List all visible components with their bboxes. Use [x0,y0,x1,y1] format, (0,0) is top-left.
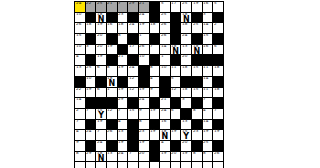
cell-number: 7 [118,108,121,112]
letter-cell[interactable]: 12 [128,77,138,87]
cell-number: 12 [107,108,112,112]
cell-number: 9 [150,87,153,91]
black-cell [213,98,223,108]
selected-word-cell[interactable]: 29 [128,2,138,12]
cell-number: 24 [182,33,187,37]
cell-number: 20 [97,33,102,37]
black-cell [150,98,160,108]
letter-cell[interactable]: 15 [192,66,202,76]
cell-number: 25 [161,12,166,16]
letter-cell[interactable]: 23 [192,130,202,140]
letter-cell[interactable]: 18N [192,45,202,55]
letter-cell[interactable]: 18 [213,66,223,76]
letter-cell[interactable]: 26 [107,130,117,140]
black-cell [171,34,181,44]
cell-number: 8 [193,108,196,112]
letter-cell[interactable]: 6 [96,88,106,98]
black-cell [86,141,96,151]
partial-cell [96,162,106,168]
letter-cell[interactable]: 24 [181,34,191,44]
cell-number: 6 [97,65,100,69]
cell-number: 26 [139,44,144,48]
letter-cell[interactable]: 15Y [96,109,106,119]
cell-number: 18 [182,87,187,91]
cell-number: 11 [203,87,208,91]
black-cell [128,120,138,130]
letter-cell[interactable]: 19 [150,130,160,140]
letter-cell[interactable]: 14 [75,98,85,108]
cell-number: 18 [118,22,123,26]
letter-cell[interactable]: 8 [118,34,128,44]
cell-number: 2 [214,22,217,26]
cell-number: 7 [150,44,153,48]
black-cell [107,98,117,108]
cell-number: 8 [139,119,142,123]
letter-cell[interactable]: 25 [203,141,213,151]
cell-number: 8 [107,65,110,69]
cell-number: 17 [171,1,176,5]
cell-number: 23 [139,129,144,133]
letter-cell[interactable]: 8 [150,66,160,76]
black-cell [213,34,223,44]
cell-number: 7 [76,119,79,123]
cell-number: 8 [150,65,153,69]
letter-cell[interactable]: 10 [86,77,96,87]
partial-cell [150,162,160,168]
letter-cell[interactable]: 10 [160,66,170,76]
letter-cell[interactable]: 24 [118,152,128,162]
cell-number: 29 [118,97,123,101]
cell-number: 26 [214,151,219,155]
cell-number: 24 [161,108,166,112]
letter-cell[interactable]: 1 [139,34,149,44]
black-cell [128,130,138,140]
letter-cell[interactable]: 13 [75,66,85,76]
cell-number: 10 [76,12,81,16]
letter-cell[interactable]: 24 [86,130,96,140]
cell-number: 25 [203,140,208,144]
black-cell [160,77,170,87]
letter-cell[interactable]: 18 [150,23,160,33]
letter-cell[interactable]: 16 [107,23,117,33]
letter-cell[interactable]: 24 [96,141,106,151]
selected-word-cell[interactable]: 21 [139,2,149,12]
letter-cell[interactable]: 9 [75,141,85,151]
black-cell [171,98,181,108]
cell-number: 5 [214,1,217,5]
black-cell [139,77,149,87]
letter-cell[interactable]: 5 [171,77,181,87]
letter-cell[interactable]: 13 [107,152,117,162]
cell-number: 19 [97,22,102,26]
cell-number: 4 [203,108,206,112]
cell-number: 19 [97,119,102,123]
cell-number: 19 [203,129,208,133]
cell-number: 20 [97,44,102,48]
cell-number: 19 [150,129,155,133]
cell-number: 10 [139,54,144,58]
cell-number: 25 [97,1,102,5]
letter-cell[interactable]: 6 [213,45,223,55]
cell-number: 3 [182,97,185,101]
cell-number: 18 [214,87,219,91]
selected-cell[interactable]: 24 [75,2,85,12]
letter-cell[interactable]: 4 [150,77,160,87]
letter-cell[interactable]: 20 [181,141,191,151]
cell-number: 14 [203,22,208,26]
letter-cell[interactable]: 8 [203,152,213,162]
partial-cell [128,162,138,168]
cell-number: 18 [214,65,219,69]
cell-number: 1 [139,33,142,37]
black-cell [192,141,202,151]
cell-number: 8 [118,33,121,37]
cell-number: 14 [203,119,208,123]
selected-word-cell[interactable]: 7 [118,2,128,12]
letter-cell[interactable]: 3 [181,98,191,108]
cell-number: 21 [107,1,112,5]
cell-number: 19 [139,22,144,26]
cell-number: 4 [161,140,164,144]
letter-cell[interactable]: 29 [86,152,96,162]
letter-cell[interactable]: 18 [86,23,96,33]
letter-cell[interactable]: 19 [150,109,160,119]
black-cell [192,98,202,108]
cell-number: 24 [139,97,144,101]
black-cell [171,23,181,33]
cell-number: 25 [193,22,198,26]
black-cell [107,141,117,151]
black-cell [150,34,160,44]
cell-number: 19 [139,87,144,91]
letter-cell[interactable]: 1 [107,88,117,98]
cell-number: 15 [76,33,81,37]
cell-number: 7 [97,129,100,133]
letter-cell[interactable]: 9 [150,88,160,98]
cell-number: 18 [86,22,91,26]
cell-number: 22 [76,87,81,91]
cell-number: 9 [76,140,79,144]
cell-number: 24 [129,65,134,69]
cell-number: 20 [182,54,187,58]
black-cell [86,34,96,44]
cell-number: 13 [118,129,123,133]
black-cell [128,34,138,44]
letter-cell[interactable]: 8 [107,66,117,76]
letter-cell[interactable]: 15 [75,34,85,44]
black-cell [150,2,160,12]
black-cell [150,152,160,162]
letter-cell[interactable]: 4 [203,109,213,119]
letter-cell[interactable]: 19 [160,152,170,162]
letter-cell[interactable]: 15 [203,34,213,44]
cell-number: 19 [171,129,176,133]
selected-word-cell[interactable]: 25 [96,2,106,12]
letter-cell[interactable]: 19 [86,88,96,98]
cell-number: 3 [203,12,206,16]
cell-number: 7 [129,151,132,155]
letter-cell[interactable]: 25 [192,23,202,33]
cell-number: 14 [76,97,81,101]
letter-cell[interactable]: 16 [203,2,213,12]
partial-cell [213,162,223,168]
partial-cell [171,162,181,168]
black-cell [181,77,191,87]
letter-cell[interactable]: 12 [171,88,181,98]
letter-cell[interactable]: 4 [160,141,170,151]
cell-number: 19 [118,87,123,91]
cell-number: 7 [214,108,217,112]
black-cell [213,141,223,151]
cell-number: 12 [129,87,134,91]
cell-number: 14 [161,44,166,48]
letter-cell[interactable]: 3 [86,45,96,55]
cell-number: 26 [76,22,81,26]
letter-cell[interactable]: 7 [128,152,138,162]
letter-cell[interactable]: 7 [213,109,223,119]
cell-number: 10 [161,65,166,69]
letter-cell[interactable]: 24 [139,98,149,108]
black-cell [128,141,138,151]
letter-cell[interactable]: 12 [107,109,117,119]
letter-cell[interactable]: 19 [171,130,181,140]
letter-cell[interactable]: 8 [192,152,202,162]
letter-cell[interactable]: 19 [118,66,128,76]
black-cell [171,141,181,151]
cell-number: 20 [182,140,187,144]
cell-number: 4 [150,76,153,80]
letter-cell[interactable]: 14 [203,77,213,87]
cell-number: 7 [86,108,89,112]
cell-number: 4 [118,119,121,123]
letter-cell[interactable]: 29 [118,98,128,108]
cell-number: 1 [161,54,164,58]
cell-number: 20 [139,151,144,155]
black-cell [150,141,160,151]
letter-cell[interactable]: 11 [171,66,181,76]
cell-number: 13 [182,44,187,48]
cell-number: 25 [182,1,187,5]
cell-number: 19 [161,151,166,155]
black-cell [107,34,117,44]
letter-cell[interactable]: 20 [171,152,181,162]
cell-number: 2 [76,108,79,112]
letter-cell[interactable]: 26 [213,152,223,162]
letter-cell[interactable]: 15 [128,109,138,119]
letter-cell[interactable]: 19 [192,2,202,12]
letter-cell[interactable]: 19 [118,141,128,151]
cell-number: 17 [129,44,134,48]
cell-number: 9 [139,108,142,112]
cell-number: 23 [118,12,123,16]
letter-cell[interactable]: 7 [86,109,96,119]
cell-number: 7 [203,97,206,101]
cell-number: 15 [193,87,198,91]
letter-cell[interactable]: 18N [171,45,181,55]
cell-number: 6 [214,44,217,48]
partial-cell [181,162,191,168]
letter-cell[interactable]: 21 [160,98,170,108]
black-cell [139,66,149,76]
letter-cell[interactable]: 20 [96,34,106,44]
cell-number: 5 [161,1,164,5]
cell-number: 6 [97,87,100,91]
cell-number: 19 [97,54,102,58]
black-cell [181,109,191,119]
cell-number: 29 [86,151,91,155]
partial-cell [107,162,117,168]
black-cell [192,77,202,87]
cell-number: 26 [161,33,166,37]
codeword-board: 242225217292151725191651018N23242518N326… [74,1,226,168]
letter-cell[interactable]: 10 [139,55,149,65]
partial-cell [86,162,96,168]
cell-number: 8 [76,151,79,155]
cell-number: 4 [76,129,79,133]
cell-number: 13 [76,65,81,69]
letter-cell[interactable]: 9 [139,109,149,119]
letter-cell[interactable]: 2 [75,109,85,119]
selected-word-cell[interactable]: 21 [107,2,117,12]
letter-cell[interactable]: 6 [96,66,106,76]
letter-cell[interactable]: 7 [118,109,128,119]
cell-number: 16 [203,44,208,48]
cell-number: 11 [203,65,208,69]
black-cell [192,34,202,44]
letter-cell[interactable]: 18 [213,88,223,98]
letter-cell[interactable]: 26 [160,34,170,44]
cell-number: 16 [203,1,208,5]
cell-number: 23 [193,129,198,133]
black-cell [171,13,181,23]
cell-number: 16 [161,119,166,123]
letter-cell[interactable]: 25 [86,66,96,76]
black-cell [96,98,106,108]
letter-cell[interactable]: 5 [160,2,170,12]
cell-number: 21 [139,1,144,5]
cell-number: 24 [118,151,123,155]
cell-number: 13 [182,119,187,123]
letter-cell[interactable]: 24 [128,66,138,76]
partial-cell [139,162,149,168]
cell-number: 22 [86,1,91,5]
letter-cell[interactable]: 7 [150,45,160,55]
cell-number: 24 [76,1,81,5]
letter-cell[interactable]: 17 [171,2,181,12]
cell-number: 4 [76,54,79,58]
letter-cell[interactable]: 19 [213,130,223,140]
letter-cell[interactable]: 16 [203,45,213,55]
letter-cell[interactable]: 24 [160,109,170,119]
cell-number: 19 [86,87,91,91]
black-cell [213,77,223,87]
cell-number: 10 [76,44,81,48]
cell-number: 15 [193,65,198,69]
partial-cell [203,162,213,168]
cell-number: 20 [171,151,176,155]
cell-number: 12 [129,76,134,80]
cell-number: 26 [161,22,166,26]
letter-cell[interactable]: 25 [181,2,191,12]
black-cell [128,98,138,108]
cell-number: 16 [107,22,112,26]
letter-cell[interactable]: 8 [192,109,202,119]
letter-cell[interactable]: 2 [213,23,223,33]
partial-cell [118,162,128,168]
cell-number: 29 [129,1,134,5]
cell-number: 6 [171,108,174,112]
letter-cell[interactable]: 5 [213,2,223,12]
partial-cell [192,162,202,168]
cell-number: 10 [86,76,91,80]
cell-number: 11 [171,65,176,69]
cell-number: 19 [150,108,155,112]
cell-number: 21 [118,54,123,58]
cell-number: 13 [107,151,112,155]
cell-number: 19 [182,151,187,155]
letter-cell[interactable]: 12 [128,88,138,98]
cell-number: 24 [129,22,134,26]
partial-cell [75,162,85,168]
cell-number: 25 [86,65,91,69]
cell-number: 21 [161,97,166,101]
cell-number: 19 [193,1,198,5]
cell-number: 26 [107,129,112,133]
letter-cell[interactable]: 18 [181,66,191,76]
letter-cell[interactable]: 20 [139,152,149,162]
black-cell [96,77,106,87]
cell-number: 24 [139,12,144,16]
cell-number: 18 [182,22,187,26]
cell-number: 19 [107,44,112,48]
cell-number: 19 [118,65,123,69]
cell-number: 1 [107,87,110,91]
cell-number: 3 [86,44,89,48]
codeword-grid: 242225217292151725191651018N23242518N326… [74,1,224,168]
letter-cell[interactable]: 18N [96,152,106,162]
black-cell [118,77,128,87]
cell-number: 12 [171,87,176,91]
partial-cell [160,162,170,168]
cell-number: 8 [193,151,196,155]
letter-cell[interactable]: 15 [192,88,202,98]
letter-cell[interactable]: 19 [181,152,191,162]
cell-number: 15 [203,33,208,37]
letter-cell[interactable]: 17 [128,45,138,55]
cell-number: 5 [171,76,174,80]
letter-cell[interactable]: 19 [139,141,149,151]
black-cell [75,77,85,87]
black-cell [86,98,96,108]
cell-number: 18 [150,22,155,26]
cell-number: 8 [203,151,206,155]
cell-number: 19 [139,140,144,144]
cell-number: 7 [118,1,121,5]
letter-cell[interactable]: 24 [128,23,138,33]
cell-number: 18 [182,65,187,69]
cell-number: 14 [203,76,208,80]
letter-cell[interactable]: 6 [171,109,181,119]
letter-cell[interactable]: 18N [107,77,117,87]
letter-cell[interactable]: 8 [75,152,85,162]
selected-word-cell[interactable]: 22 [86,2,96,12]
letter-cell[interactable]: 19 [107,45,117,55]
letter-cell[interactable]: 7 [203,98,213,108]
letter-cell[interactable]: 11 [203,66,213,76]
cell-number: 19 [214,129,219,133]
cell-number: 24 [97,140,102,144]
cell-number: 19 [118,140,123,144]
